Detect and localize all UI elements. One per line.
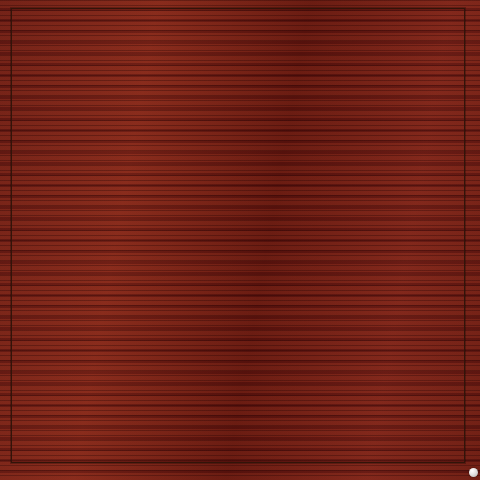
chess-board [11,8,465,463]
white-to-move-indicator [469,468,478,477]
board-frame [0,0,480,480]
